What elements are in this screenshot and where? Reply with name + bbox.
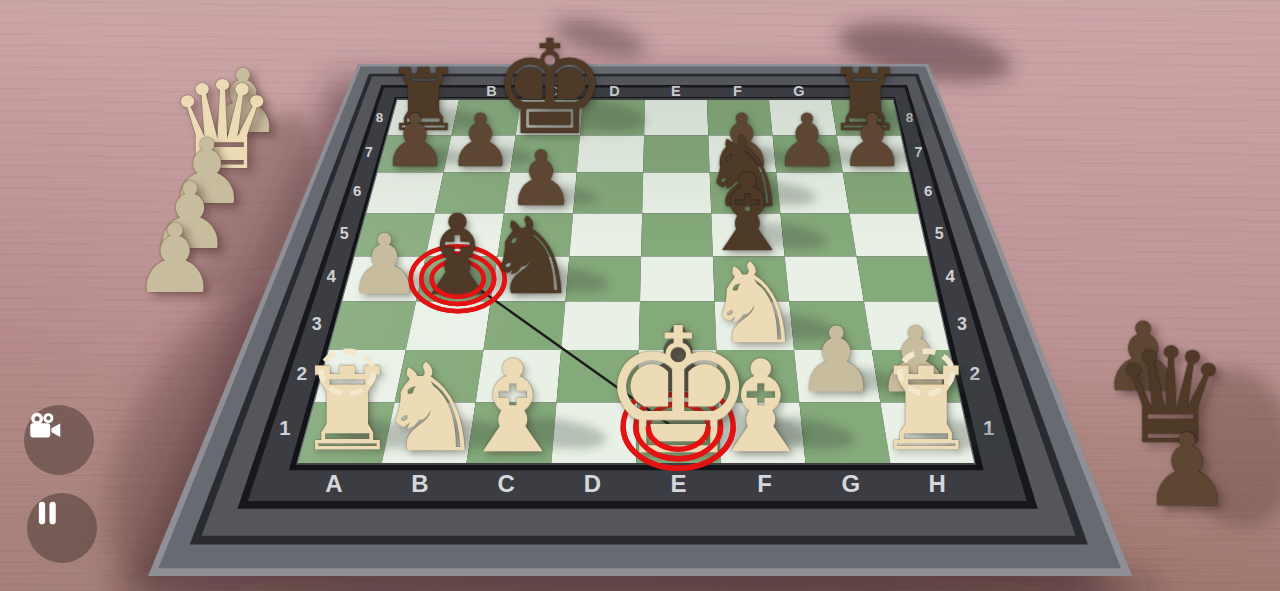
captured-white-pawn-left-tray-4: ♟	[132, 212, 217, 307]
piece-white-bishop-f1[interactable]: ♝	[704, 343, 818, 470]
pause-button[interactable]	[27, 493, 97, 563]
piece-black-pawn-a7[interactable]: ♟	[382, 103, 447, 176]
chess-3d-scene: AABBCCDDEEFFGGHH8877665544332211 ♜♚♜♟♟♟♟…	[0, 0, 1280, 591]
piece-black-knight-c4[interactable]: ♞	[483, 204, 578, 310]
piece-white-rook-h1[interactable]: ♜	[875, 353, 978, 468]
piece-black-pawn-b7[interactable]: ♟	[448, 103, 513, 176]
piece-black-pawn-h7[interactable]: ♟	[840, 103, 905, 176]
piece-white-bishop-c1[interactable]: ♝	[456, 343, 570, 470]
pause-icon	[27, 493, 67, 533]
pieces-layer: ♜♚♜♟♟♟♟♟♟♞♝♝♞♟♞♟♟♟♜♞♝♚♝♜♟♛♟♟♟♟♛♟	[0, 0, 1280, 591]
captured-black-pawn-right-tray-2: ♟	[1142, 421, 1232, 521]
video-camera-icon	[24, 405, 64, 445]
piece-white-pawn-a4[interactable]: ♟	[348, 223, 422, 306]
camera-button[interactable]	[24, 405, 94, 475]
